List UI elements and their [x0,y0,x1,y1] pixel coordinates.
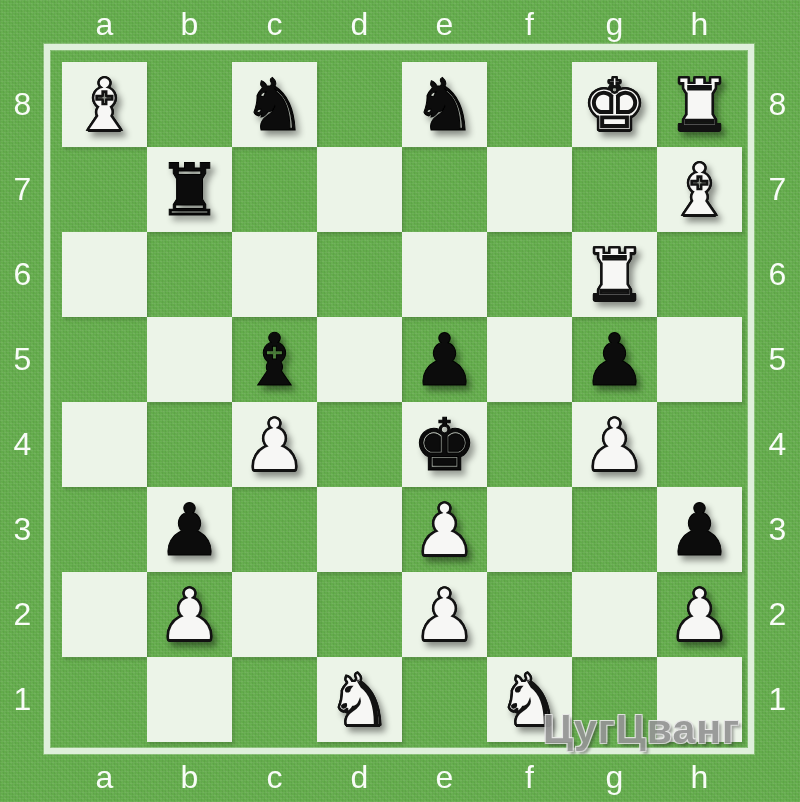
square-g6[interactable]: ♜ [572,232,657,317]
square-h8[interactable]: ♜ [657,62,742,147]
coordinate-label-b: b [147,2,232,46]
square-f3[interactable] [487,487,572,572]
square-a3[interactable] [62,487,147,572]
black-pawn-piece: ♟ [582,324,647,396]
coordinate-label-7: 7 [0,147,45,232]
square-a7[interactable] [62,147,147,232]
coordinate-label-e: e [402,754,487,800]
coordinate-label-c: c [232,754,317,800]
white-pawn-piece: ♟ [582,409,647,481]
square-f2[interactable] [487,572,572,657]
rank-labels-left: 87654321 [0,62,45,742]
coordinate-label-4: 4 [755,402,800,487]
square-b5[interactable] [147,317,232,402]
square-h3[interactable]: ♟ [657,487,742,572]
square-d2[interactable] [317,572,402,657]
file-labels-top: abcdefgh [62,2,742,46]
coordinate-label-g: g [572,2,657,46]
square-b2[interactable]: ♟ [147,572,232,657]
square-d1[interactable]: ♞ [317,657,402,742]
file-labels-bottom: abcdefgh [62,754,742,800]
coordinate-label-g: g [572,754,657,800]
black-king-piece: ♚ [412,409,477,481]
coordinate-label-8: 8 [755,62,800,147]
square-g4[interactable]: ♟ [572,402,657,487]
white-pawn-piece: ♟ [667,579,732,651]
coordinate-label-3: 3 [0,487,45,572]
white-pawn-piece: ♟ [157,579,222,651]
square-f8[interactable] [487,62,572,147]
square-d5[interactable] [317,317,402,402]
white-knight-piece: ♞ [327,664,392,736]
coordinate-label-d: d [317,754,402,800]
square-h2[interactable]: ♟ [657,572,742,657]
white-rook-piece: ♜ [667,69,732,141]
square-e1[interactable] [402,657,487,742]
square-b3[interactable]: ♟ [147,487,232,572]
square-c5[interactable]: ♝ [232,317,317,402]
coordinate-label-5: 5 [755,317,800,402]
coordinate-label-e: e [402,2,487,46]
square-b6[interactable] [147,232,232,317]
square-c1[interactable] [232,657,317,742]
coordinate-label-f: f [487,754,572,800]
square-d3[interactable] [317,487,402,572]
square-g7[interactable] [572,147,657,232]
square-c6[interactable] [232,232,317,317]
square-a5[interactable] [62,317,147,402]
square-e8[interactable]: ♞ [402,62,487,147]
white-king-piece: ♚ [582,69,647,141]
rank-labels-right: 87654321 [755,62,800,742]
black-knight-piece: ♞ [412,69,477,141]
square-h5[interactable] [657,317,742,402]
coordinate-label-h: h [657,2,742,46]
square-f7[interactable] [487,147,572,232]
square-d7[interactable] [317,147,402,232]
coordinate-label-2: 2 [755,572,800,657]
square-f4[interactable] [487,402,572,487]
square-g2[interactable] [572,572,657,657]
black-pawn-piece: ♟ [157,494,222,566]
square-a4[interactable] [62,402,147,487]
coordinate-label-6: 6 [0,232,45,317]
black-rook-piece: ♜ [157,154,222,226]
coordinate-label-1: 1 [755,657,800,742]
square-e3[interactable]: ♟ [402,487,487,572]
white-pawn-piece: ♟ [412,579,477,651]
coordinate-label-d: d [317,2,402,46]
chess-diagram: abcdefgh abcdefgh 87654321 87654321 ♝♞♞♚… [0,0,800,802]
coordinate-label-a: a [62,2,147,46]
coordinate-label-a: a [62,754,147,800]
coordinate-label-f: f [487,2,572,46]
black-pawn-piece: ♟ [667,494,732,566]
square-c4[interactable]: ♟ [232,402,317,487]
coordinate-label-h: h [657,754,742,800]
black-knight-piece: ♞ [242,69,307,141]
square-e6[interactable] [402,232,487,317]
white-bishop-piece: ♝ [667,154,732,226]
watermark: ЦугЦванг [543,706,740,753]
coordinate-label-6: 6 [755,232,800,317]
square-h6[interactable] [657,232,742,317]
black-pawn-piece: ♟ [412,324,477,396]
coordinate-label-2: 2 [0,572,45,657]
square-e4[interactable]: ♚ [402,402,487,487]
square-e5[interactable]: ♟ [402,317,487,402]
square-a8[interactable]: ♝ [62,62,147,147]
square-e2[interactable]: ♟ [402,572,487,657]
square-c8[interactable]: ♞ [232,62,317,147]
square-c7[interactable] [232,147,317,232]
square-g8[interactable]: ♚ [572,62,657,147]
square-a1[interactable] [62,657,147,742]
square-c2[interactable] [232,572,317,657]
coordinate-label-1: 1 [0,657,45,742]
coordinate-label-7: 7 [755,147,800,232]
square-d6[interactable] [317,232,402,317]
white-rook-piece: ♜ [582,239,647,311]
coordinate-label-5: 5 [0,317,45,402]
white-bishop-piece: ♝ [72,69,137,141]
square-a2[interactable] [62,572,147,657]
square-a6[interactable] [62,232,147,317]
square-f6[interactable] [487,232,572,317]
square-f5[interactable] [487,317,572,402]
coordinate-label-c: c [232,2,317,46]
coordinate-label-3: 3 [755,487,800,572]
square-e7[interactable] [402,147,487,232]
coordinate-label-8: 8 [0,62,45,147]
white-pawn-piece: ♟ [242,409,307,481]
square-b4[interactable] [147,402,232,487]
chess-board: ♝♞♞♚♜♜♝♜♝♟♟♟♚♟♟♟♟♟♟♟♞♞ [62,62,742,742]
square-d8[interactable] [317,62,402,147]
square-b8[interactable] [147,62,232,147]
coordinate-label-4: 4 [0,402,45,487]
square-b1[interactable] [147,657,232,742]
square-d4[interactable] [317,402,402,487]
square-g5[interactable]: ♟ [572,317,657,402]
square-b7[interactable]: ♜ [147,147,232,232]
square-g3[interactable] [572,487,657,572]
square-h4[interactable] [657,402,742,487]
square-h7[interactable]: ♝ [657,147,742,232]
white-pawn-piece: ♟ [412,494,477,566]
coordinate-label-b: b [147,754,232,800]
black-bishop-piece: ♝ [242,324,307,396]
square-c3[interactable] [232,487,317,572]
